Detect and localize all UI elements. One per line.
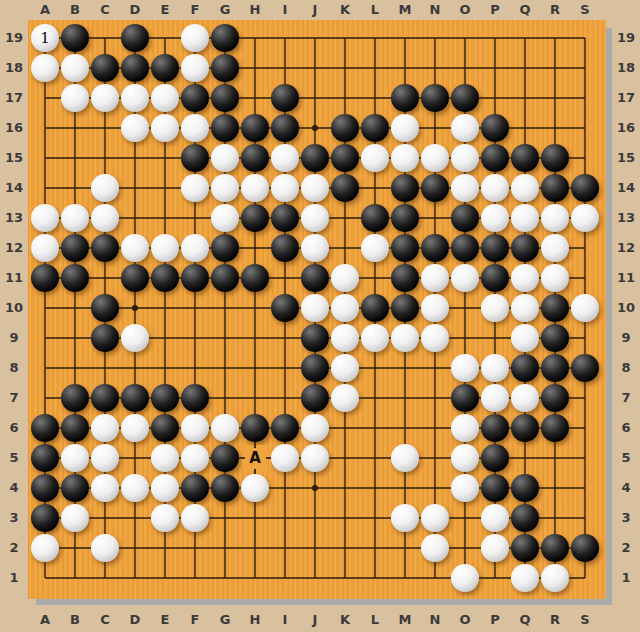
col-label-bottom-S: S bbox=[570, 612, 600, 628]
white-stone-D6[interactable] bbox=[121, 414, 149, 442]
white-stone-D16[interactable] bbox=[121, 114, 149, 142]
row-label-right-4: 4 bbox=[613, 480, 639, 496]
row-label-left-7: 7 bbox=[1, 390, 27, 406]
col-label-bottom-Q: Q bbox=[510, 612, 540, 628]
black-stone-P4[interactable] bbox=[481, 474, 509, 502]
black-stone-C9[interactable] bbox=[91, 324, 119, 352]
white-stone-F12[interactable] bbox=[181, 234, 209, 262]
row-label-right-5: 5 bbox=[613, 450, 639, 466]
col-label-bottom-G: G bbox=[210, 612, 240, 628]
white-stone-L15[interactable] bbox=[361, 144, 389, 172]
col-label-bottom-F: F bbox=[180, 612, 210, 628]
row-label-right-3: 3 bbox=[613, 510, 639, 526]
col-label-top-S: S bbox=[570, 2, 600, 18]
white-stone-Q14[interactable] bbox=[511, 174, 539, 202]
white-stone-S10[interactable] bbox=[571, 294, 599, 322]
black-stone-O13[interactable] bbox=[451, 204, 479, 232]
black-stone-A5[interactable] bbox=[31, 444, 59, 472]
black-stone-M11[interactable] bbox=[391, 264, 419, 292]
black-stone-Q2[interactable] bbox=[511, 534, 539, 562]
black-stone-P15[interactable] bbox=[481, 144, 509, 172]
white-stone-R12[interactable] bbox=[541, 234, 569, 262]
black-stone-F17[interactable] bbox=[181, 84, 209, 112]
black-stone-B6[interactable] bbox=[61, 414, 89, 442]
white-stone-M5[interactable] bbox=[391, 444, 419, 472]
white-stone-C14[interactable] bbox=[91, 174, 119, 202]
row-label-left-18: 18 bbox=[1, 60, 27, 76]
row-label-right-10: 10 bbox=[613, 300, 639, 316]
row-label-left-15: 15 bbox=[1, 150, 27, 166]
white-stone-J10[interactable] bbox=[301, 294, 329, 322]
row-label-right-8: 8 bbox=[613, 360, 639, 376]
col-label-bottom-J: J bbox=[300, 612, 330, 628]
black-stone-B12[interactable] bbox=[61, 234, 89, 262]
white-stone-D9[interactable] bbox=[121, 324, 149, 352]
col-label-bottom-E: E bbox=[150, 612, 180, 628]
black-stone-G4[interactable] bbox=[211, 474, 239, 502]
white-stone-A19[interactable]: 1 bbox=[31, 24, 59, 52]
black-stone-M12[interactable] bbox=[391, 234, 419, 262]
white-stone-G6[interactable] bbox=[211, 414, 239, 442]
white-stone-D4[interactable] bbox=[121, 474, 149, 502]
point-annotation-H5[interactable]: A bbox=[242, 445, 268, 471]
row-label-right-18: 18 bbox=[613, 60, 639, 76]
white-stone-N15[interactable] bbox=[421, 144, 449, 172]
black-stone-J9[interactable] bbox=[301, 324, 329, 352]
row-label-left-2: 2 bbox=[1, 540, 27, 556]
row-label-left-4: 4 bbox=[1, 480, 27, 496]
black-stone-D11[interactable] bbox=[121, 264, 149, 292]
black-stone-A11[interactable] bbox=[31, 264, 59, 292]
black-stone-E6[interactable] bbox=[151, 414, 179, 442]
col-label-bottom-D: D bbox=[120, 612, 150, 628]
col-label-top-C: C bbox=[90, 2, 120, 18]
black-stone-Q15[interactable] bbox=[511, 144, 539, 172]
white-stone-F14[interactable] bbox=[181, 174, 209, 202]
col-label-top-E: E bbox=[150, 2, 180, 18]
black-stone-S14[interactable] bbox=[571, 174, 599, 202]
black-stone-F11[interactable] bbox=[181, 264, 209, 292]
white-stone-F18[interactable] bbox=[181, 54, 209, 82]
black-stone-J11[interactable] bbox=[301, 264, 329, 292]
white-stone-O15[interactable] bbox=[451, 144, 479, 172]
row-label-right-7: 7 bbox=[613, 390, 639, 406]
white-stone-J6[interactable] bbox=[301, 414, 329, 442]
black-stone-R7[interactable] bbox=[541, 384, 569, 412]
white-stone-A18[interactable] bbox=[31, 54, 59, 82]
col-label-bottom-L: L bbox=[360, 612, 390, 628]
white-stone-I5[interactable] bbox=[271, 444, 299, 472]
black-stone-G11[interactable] bbox=[211, 264, 239, 292]
row-label-right-16: 16 bbox=[613, 120, 639, 136]
row-label-left-17: 17 bbox=[1, 90, 27, 106]
row-label-right-14: 14 bbox=[613, 180, 639, 196]
black-stone-S8[interactable] bbox=[571, 354, 599, 382]
white-stone-P13[interactable] bbox=[481, 204, 509, 232]
black-stone-J7[interactable] bbox=[301, 384, 329, 412]
black-stone-H15[interactable] bbox=[241, 144, 269, 172]
row-label-left-5: 5 bbox=[1, 450, 27, 466]
row-label-right-1: 1 bbox=[613, 570, 639, 586]
black-stone-A3[interactable] bbox=[31, 504, 59, 532]
black-stone-Q4[interactable] bbox=[511, 474, 539, 502]
white-stone-C2[interactable] bbox=[91, 534, 119, 562]
white-stone-G14[interactable] bbox=[211, 174, 239, 202]
black-stone-E7[interactable] bbox=[151, 384, 179, 412]
white-stone-C17[interactable] bbox=[91, 84, 119, 112]
go-game-screenshot: 1A ABCDEFGHIJKLMNOPQRS ABCDEFGHIJKLMNOPQ… bbox=[0, 0, 640, 632]
black-stone-B11[interactable] bbox=[61, 264, 89, 292]
black-stone-P11[interactable] bbox=[481, 264, 509, 292]
black-stone-L13[interactable] bbox=[361, 204, 389, 232]
white-stone-E3[interactable] bbox=[151, 504, 179, 532]
black-stone-M13[interactable] bbox=[391, 204, 419, 232]
white-stone-M9[interactable] bbox=[391, 324, 419, 352]
row-label-right-6: 6 bbox=[613, 420, 639, 436]
white-stone-M15[interactable] bbox=[391, 144, 419, 172]
black-stone-R8[interactable] bbox=[541, 354, 569, 382]
white-stone-O6[interactable] bbox=[451, 414, 479, 442]
white-stone-N3[interactable] bbox=[421, 504, 449, 532]
col-label-bottom-H: H bbox=[240, 612, 270, 628]
black-stone-R10[interactable] bbox=[541, 294, 569, 322]
white-stone-Q9[interactable] bbox=[511, 324, 539, 352]
row-label-right-13: 13 bbox=[613, 210, 639, 226]
row-label-left-6: 6 bbox=[1, 420, 27, 436]
white-stone-C13[interactable] bbox=[91, 204, 119, 232]
black-stone-C12[interactable] bbox=[91, 234, 119, 262]
col-label-top-I: I bbox=[270, 2, 300, 18]
black-stone-H13[interactable] bbox=[241, 204, 269, 232]
white-stone-S13[interactable] bbox=[571, 204, 599, 232]
black-stone-F4[interactable] bbox=[181, 474, 209, 502]
col-label-top-B: B bbox=[60, 2, 90, 18]
white-stone-B17[interactable] bbox=[61, 84, 89, 112]
black-stone-I17[interactable] bbox=[271, 84, 299, 112]
col-label-top-L: L bbox=[360, 2, 390, 18]
black-stone-M10[interactable] bbox=[391, 294, 419, 322]
black-stone-E18[interactable] bbox=[151, 54, 179, 82]
black-stone-I13[interactable] bbox=[271, 204, 299, 232]
row-label-right-2: 2 bbox=[613, 540, 639, 556]
black-stone-F7[interactable] bbox=[181, 384, 209, 412]
col-label-top-Q: Q bbox=[510, 2, 540, 18]
black-stone-M14[interactable] bbox=[391, 174, 419, 202]
white-stone-P7[interactable] bbox=[481, 384, 509, 412]
white-stone-K9[interactable] bbox=[331, 324, 359, 352]
black-stone-P16[interactable] bbox=[481, 114, 509, 142]
white-stone-J13[interactable] bbox=[301, 204, 329, 232]
col-label-top-G: G bbox=[210, 2, 240, 18]
white-stone-K11[interactable] bbox=[331, 264, 359, 292]
white-stone-A12[interactable] bbox=[31, 234, 59, 262]
black-stone-O12[interactable] bbox=[451, 234, 479, 262]
black-stone-D7[interactable] bbox=[121, 384, 149, 412]
white-stone-P10[interactable] bbox=[481, 294, 509, 322]
black-stone-Q3[interactable] bbox=[511, 504, 539, 532]
row-label-left-8: 8 bbox=[1, 360, 27, 376]
white-stone-P8[interactable] bbox=[481, 354, 509, 382]
row-label-left-10: 10 bbox=[1, 300, 27, 316]
white-stone-J14[interactable] bbox=[301, 174, 329, 202]
black-stone-I16[interactable] bbox=[271, 114, 299, 142]
black-stone-B19[interactable] bbox=[61, 24, 89, 52]
white-stone-B13[interactable] bbox=[61, 204, 89, 232]
row-label-right-19: 19 bbox=[613, 30, 639, 46]
col-label-top-P: P bbox=[480, 2, 510, 18]
row-label-right-12: 12 bbox=[613, 240, 639, 256]
row-label-left-11: 11 bbox=[1, 270, 27, 286]
black-stone-H6[interactable] bbox=[241, 414, 269, 442]
white-stone-L9[interactable] bbox=[361, 324, 389, 352]
black-stone-B7[interactable] bbox=[61, 384, 89, 412]
black-stone-D18[interactable] bbox=[121, 54, 149, 82]
black-stone-O7[interactable] bbox=[451, 384, 479, 412]
white-stone-A13[interactable] bbox=[31, 204, 59, 232]
row-label-right-9: 9 bbox=[613, 330, 639, 346]
white-stone-M16[interactable] bbox=[391, 114, 419, 142]
white-stone-C5[interactable] bbox=[91, 444, 119, 472]
white-stone-D12[interactable] bbox=[121, 234, 149, 262]
black-stone-I6[interactable] bbox=[271, 414, 299, 442]
white-stone-E12[interactable] bbox=[151, 234, 179, 262]
white-stone-C6[interactable] bbox=[91, 414, 119, 442]
col-label-bottom-B: B bbox=[60, 612, 90, 628]
col-label-bottom-I: I bbox=[270, 612, 300, 628]
black-stone-R6[interactable] bbox=[541, 414, 569, 442]
white-stone-K8[interactable] bbox=[331, 354, 359, 382]
black-stone-R2[interactable] bbox=[541, 534, 569, 562]
white-stone-B3[interactable] bbox=[61, 504, 89, 532]
black-stone-K15[interactable] bbox=[331, 144, 359, 172]
black-stone-I12[interactable] bbox=[271, 234, 299, 262]
black-stone-R9[interactable] bbox=[541, 324, 569, 352]
white-stone-H14[interactable] bbox=[241, 174, 269, 202]
row-label-left-3: 3 bbox=[1, 510, 27, 526]
white-stone-R13[interactable] bbox=[541, 204, 569, 232]
go-board[interactable]: 1A bbox=[28, 20, 606, 599]
white-stone-R1[interactable] bbox=[541, 564, 569, 592]
black-stone-D19[interactable] bbox=[121, 24, 149, 52]
col-label-top-M: M bbox=[390, 2, 420, 18]
col-label-bottom-A: A bbox=[30, 612, 60, 628]
black-stone-L16[interactable] bbox=[361, 114, 389, 142]
black-stone-Q8[interactable] bbox=[511, 354, 539, 382]
row-label-left-14: 14 bbox=[1, 180, 27, 196]
black-stone-G5[interactable] bbox=[211, 444, 239, 472]
black-stone-H11[interactable] bbox=[241, 264, 269, 292]
white-stone-E16[interactable] bbox=[151, 114, 179, 142]
white-stone-O5[interactable] bbox=[451, 444, 479, 472]
white-stone-O16[interactable] bbox=[451, 114, 479, 142]
col-label-bottom-M: M bbox=[390, 612, 420, 628]
black-stone-H16[interactable] bbox=[241, 114, 269, 142]
col-label-top-A: A bbox=[30, 2, 60, 18]
white-stone-O1[interactable] bbox=[451, 564, 479, 592]
white-stone-M3[interactable] bbox=[391, 504, 419, 532]
black-stone-I10[interactable] bbox=[271, 294, 299, 322]
row-label-right-17: 17 bbox=[613, 90, 639, 106]
row-label-right-15: 15 bbox=[613, 150, 639, 166]
white-stone-H4[interactable] bbox=[241, 474, 269, 502]
black-stone-G12[interactable] bbox=[211, 234, 239, 262]
black-stone-R15[interactable] bbox=[541, 144, 569, 172]
col-label-top-F: F bbox=[180, 2, 210, 18]
white-stone-K7[interactable] bbox=[331, 384, 359, 412]
white-stone-N2[interactable] bbox=[421, 534, 449, 562]
white-stone-F5[interactable] bbox=[181, 444, 209, 472]
col-label-bottom-P: P bbox=[480, 612, 510, 628]
black-stone-R14[interactable] bbox=[541, 174, 569, 202]
black-stone-O17[interactable] bbox=[451, 84, 479, 112]
black-stone-N17[interactable] bbox=[421, 84, 449, 112]
white-stone-P2[interactable] bbox=[481, 534, 509, 562]
col-label-bottom-K: K bbox=[330, 612, 360, 628]
white-stone-G15[interactable] bbox=[211, 144, 239, 172]
dashed-grid-mark bbox=[254, 443, 256, 448]
white-stone-B18[interactable] bbox=[61, 54, 89, 82]
row-label-left-12: 12 bbox=[1, 240, 27, 256]
col-label-top-N: N bbox=[420, 2, 450, 18]
black-stone-E11[interactable] bbox=[151, 264, 179, 292]
black-stone-A4[interactable] bbox=[31, 474, 59, 502]
row-label-left-16: 16 bbox=[1, 120, 27, 136]
white-stone-Q13[interactable] bbox=[511, 204, 539, 232]
white-stone-N10[interactable] bbox=[421, 294, 449, 322]
row-label-right-11: 11 bbox=[613, 270, 639, 286]
white-stone-Q11[interactable] bbox=[511, 264, 539, 292]
col-label-bottom-O: O bbox=[450, 612, 480, 628]
black-stone-C18[interactable] bbox=[91, 54, 119, 82]
black-stone-J8[interactable] bbox=[301, 354, 329, 382]
white-stone-O8[interactable] bbox=[451, 354, 479, 382]
white-stone-Q7[interactable] bbox=[511, 384, 539, 412]
white-stone-K10[interactable] bbox=[331, 294, 359, 322]
black-stone-N14[interactable] bbox=[421, 174, 449, 202]
col-label-top-D: D bbox=[120, 2, 150, 18]
white-stone-J12[interactable] bbox=[301, 234, 329, 262]
black-stone-G16[interactable] bbox=[211, 114, 239, 142]
col-label-bottom-N: N bbox=[420, 612, 450, 628]
black-stone-A6[interactable] bbox=[31, 414, 59, 442]
black-stone-M17[interactable] bbox=[391, 84, 419, 112]
col-label-top-O: O bbox=[450, 2, 480, 18]
white-stone-A2[interactable] bbox=[31, 534, 59, 562]
white-stone-P14[interactable] bbox=[481, 174, 509, 202]
black-stone-K14[interactable] bbox=[331, 174, 359, 202]
black-stone-S2[interactable] bbox=[571, 534, 599, 562]
white-stone-D17[interactable] bbox=[121, 84, 149, 112]
col-label-bottom-C: C bbox=[90, 612, 120, 628]
white-stone-R11[interactable] bbox=[541, 264, 569, 292]
white-stone-F19[interactable] bbox=[181, 24, 209, 52]
black-stone-P12[interactable] bbox=[481, 234, 509, 262]
black-stone-P6[interactable] bbox=[481, 414, 509, 442]
white-stone-E4[interactable] bbox=[151, 474, 179, 502]
black-stone-Q12[interactable] bbox=[511, 234, 539, 262]
col-label-top-J: J bbox=[300, 2, 330, 18]
white-stone-O4[interactable] bbox=[451, 474, 479, 502]
col-label-top-R: R bbox=[540, 2, 570, 18]
white-stone-O14[interactable] bbox=[451, 174, 479, 202]
black-stone-N12[interactable] bbox=[421, 234, 449, 262]
col-label-bottom-R: R bbox=[540, 612, 570, 628]
black-stone-J15[interactable] bbox=[301, 144, 329, 172]
dashed-grid-mark bbox=[240, 457, 245, 459]
white-stone-F6[interactable] bbox=[181, 414, 209, 442]
row-label-left-1: 1 bbox=[1, 570, 27, 586]
black-stone-L10[interactable] bbox=[361, 294, 389, 322]
col-label-top-K: K bbox=[330, 2, 360, 18]
white-stone-J5[interactable] bbox=[301, 444, 329, 472]
black-stone-G17[interactable] bbox=[211, 84, 239, 112]
black-stone-Q6[interactable] bbox=[511, 414, 539, 442]
black-stone-G19[interactable] bbox=[211, 24, 239, 52]
row-label-left-9: 9 bbox=[1, 330, 27, 346]
black-stone-B4[interactable] bbox=[61, 474, 89, 502]
white-stone-Q10[interactable] bbox=[511, 294, 539, 322]
black-stone-F15[interactable] bbox=[181, 144, 209, 172]
white-stone-F3[interactable] bbox=[181, 504, 209, 532]
row-label-left-13: 13 bbox=[1, 210, 27, 226]
col-label-top-H: H bbox=[240, 2, 270, 18]
black-stone-C10[interactable] bbox=[91, 294, 119, 322]
row-label-left-19: 19 bbox=[1, 30, 27, 46]
white-stone-C4[interactable] bbox=[91, 474, 119, 502]
black-stone-K16[interactable] bbox=[331, 114, 359, 142]
move-number-label: 1 bbox=[31, 24, 59, 52]
white-stone-Q1[interactable] bbox=[511, 564, 539, 592]
white-stone-G13[interactable] bbox=[211, 204, 239, 232]
white-stone-E17[interactable] bbox=[151, 84, 179, 112]
black-stone-C7[interactable] bbox=[91, 384, 119, 412]
white-stone-F16[interactable] bbox=[181, 114, 209, 142]
white-stone-E5[interactable] bbox=[151, 444, 179, 472]
white-stone-I15[interactable] bbox=[271, 144, 299, 172]
white-stone-O11[interactable] bbox=[451, 264, 479, 292]
white-stone-I14[interactable] bbox=[271, 174, 299, 202]
white-stone-N9[interactable] bbox=[421, 324, 449, 352]
white-stone-L12[interactable] bbox=[361, 234, 389, 262]
white-stone-N11[interactable] bbox=[421, 264, 449, 292]
white-stone-P3[interactable] bbox=[481, 504, 509, 532]
black-stone-G18[interactable] bbox=[211, 54, 239, 82]
white-stone-B5[interactable] bbox=[61, 444, 89, 472]
black-stone-P5[interactable] bbox=[481, 444, 509, 472]
